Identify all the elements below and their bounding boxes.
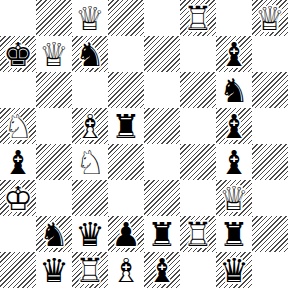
square-h4[interactable] [252, 144, 288, 180]
piece-black-p-d2: ♟ [108, 216, 144, 252]
square-d4[interactable] [108, 144, 144, 180]
square-a3[interactable]: ♚♔ [0, 180, 36, 216]
square-f8[interactable]: ♜♖ [180, 0, 216, 36]
square-a5[interactable]: ♞♘ [0, 108, 36, 144]
square-g6[interactable]: ♞ [216, 72, 252, 108]
square-g4[interactable]: ♝ [216, 144, 252, 180]
square-d2[interactable]: ♟ [108, 216, 144, 252]
piece-white-b-c5: ♗ [72, 108, 108, 144]
piece-black-q-b1: ♛ [36, 252, 72, 288]
piece-white-q-c8: ♕ [72, 0, 108, 36]
square-c6[interactable] [72, 72, 108, 108]
piece-black-r-d5: ♜ [108, 108, 144, 144]
chess-board: ♛♕♜♖♛♕♚♛♕♞♝♞♞♘♝♗♜♝♝♞♘♝♚♔♛♕♞♛♟♜♜♖♜♛♜♖♝♗♝♛ [0, 0, 288, 288]
square-h3[interactable] [252, 180, 288, 216]
square-e7[interactable] [144, 36, 180, 72]
square-b4[interactable] [36, 144, 72, 180]
square-h7[interactable] [252, 36, 288, 72]
square-a6[interactable] [0, 72, 36, 108]
piece-white-q-h8: ♕ [252, 0, 288, 36]
square-d6[interactable] [108, 72, 144, 108]
piece-white-n-a5: ♘ [0, 108, 36, 144]
piece-white-r-f8: ♖ [180, 0, 216, 36]
square-e6[interactable] [144, 72, 180, 108]
piece-white-b-d1: ♗ [108, 252, 144, 288]
square-e5[interactable] [144, 108, 180, 144]
square-b1[interactable]: ♛ [36, 252, 72, 288]
square-c3[interactable] [72, 180, 108, 216]
square-b3[interactable] [36, 180, 72, 216]
piece-black-b-e1: ♝ [144, 252, 180, 288]
square-d8[interactable] [108, 0, 144, 36]
piece-white-n-fill-c4: ♞ [72, 144, 108, 180]
square-d5[interactable]: ♜ [108, 108, 144, 144]
piece-black-q-c2: ♛ [72, 216, 108, 252]
piece-black-r-e2: ♜ [144, 216, 180, 252]
piece-white-q-fill-h8: ♛ [252, 0, 288, 36]
square-f2[interactable]: ♜♖ [180, 216, 216, 252]
piece-white-q-g3: ♕ [216, 180, 252, 216]
piece-white-q-fill-g3: ♛ [216, 180, 252, 216]
square-g5[interactable]: ♝ [216, 108, 252, 144]
piece-white-b-fill-c5: ♝ [72, 108, 108, 144]
piece-white-b-fill-d1: ♝ [108, 252, 144, 288]
square-g7[interactable]: ♝ [216, 36, 252, 72]
square-g3[interactable]: ♛♕ [216, 180, 252, 216]
piece-black-r-g2: ♜ [216, 216, 252, 252]
square-f4[interactable] [180, 144, 216, 180]
square-f6[interactable] [180, 72, 216, 108]
piece-white-k-a3: ♔ [0, 180, 36, 216]
square-e2[interactable]: ♜ [144, 216, 180, 252]
square-h5[interactable] [252, 108, 288, 144]
piece-black-n-c7: ♞ [72, 36, 108, 72]
piece-black-b-a4: ♝ [0, 144, 36, 180]
piece-black-b-g7: ♝ [216, 36, 252, 72]
square-c5[interactable]: ♝♗ [72, 108, 108, 144]
square-h8[interactable]: ♛♕ [252, 0, 288, 36]
square-a1[interactable] [0, 252, 36, 288]
square-f3[interactable] [180, 180, 216, 216]
piece-white-q-b7: ♕ [36, 36, 72, 72]
square-a2[interactable] [0, 216, 36, 252]
square-c2[interactable]: ♛ [72, 216, 108, 252]
piece-black-b-g5: ♝ [216, 108, 252, 144]
square-g8[interactable] [216, 0, 252, 36]
square-a4[interactable]: ♝ [0, 144, 36, 180]
square-b8[interactable] [36, 0, 72, 36]
piece-black-n-g6: ♞ [216, 72, 252, 108]
square-f7[interactable] [180, 36, 216, 72]
piece-white-n-c4: ♘ [72, 144, 108, 180]
piece-white-r-fill-c1: ♜ [72, 252, 108, 288]
square-h6[interactable] [252, 72, 288, 108]
piece-black-b-g4: ♝ [216, 144, 252, 180]
square-h1[interactable] [252, 252, 288, 288]
square-h2[interactable] [252, 216, 288, 252]
piece-white-r-fill-f2: ♜ [180, 216, 216, 252]
square-a7[interactable]: ♚ [0, 36, 36, 72]
square-c4[interactable]: ♞♘ [72, 144, 108, 180]
square-f1[interactable] [180, 252, 216, 288]
square-d1[interactable]: ♝♗ [108, 252, 144, 288]
square-e8[interactable] [144, 0, 180, 36]
piece-white-r-fill-f8: ♜ [180, 0, 216, 36]
square-b2[interactable]: ♞ [36, 216, 72, 252]
square-d7[interactable] [108, 36, 144, 72]
square-c8[interactable]: ♛♕ [72, 0, 108, 36]
piece-black-q-g1: ♛ [216, 252, 252, 288]
square-c1[interactable]: ♜♖ [72, 252, 108, 288]
square-b6[interactable] [36, 72, 72, 108]
piece-white-k-fill-a3: ♚ [0, 180, 36, 216]
square-c7[interactable]: ♞ [72, 36, 108, 72]
square-b5[interactable] [36, 108, 72, 144]
piece-white-r-c1: ♖ [72, 252, 108, 288]
piece-black-n-b2: ♞ [36, 216, 72, 252]
piece-black-k-a7: ♚ [0, 36, 36, 72]
piece-white-r-f2: ♖ [180, 216, 216, 252]
square-g1[interactable]: ♛ [216, 252, 252, 288]
square-e3[interactable] [144, 180, 180, 216]
square-e1[interactable]: ♝ [144, 252, 180, 288]
piece-white-n-fill-a5: ♞ [0, 108, 36, 144]
square-e4[interactable] [144, 144, 180, 180]
square-d3[interactable] [108, 180, 144, 216]
square-f5[interactable] [180, 108, 216, 144]
square-b7[interactable]: ♛♕ [36, 36, 72, 72]
piece-white-q-fill-b7: ♛ [36, 36, 72, 72]
piece-white-q-fill-c8: ♛ [72, 0, 108, 36]
square-a8[interactable] [0, 0, 36, 36]
square-g2[interactable]: ♜ [216, 216, 252, 252]
